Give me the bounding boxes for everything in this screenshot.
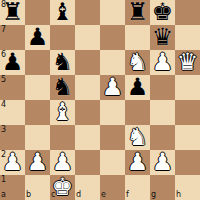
- square-e4[interactable]: [100, 100, 125, 125]
- square-f6[interactable]: ♞: [125, 50, 150, 75]
- piece-black-knight[interactable]: ♞: [52, 75, 74, 100]
- square-g2[interactable]: ♟: [150, 150, 175, 175]
- square-b7[interactable]: ♟: [25, 25, 50, 50]
- square-e1[interactable]: e: [100, 175, 125, 200]
- piece-white-pawn[interactable]: ♟: [152, 50, 174, 75]
- square-f2[interactable]: ♟: [125, 150, 150, 175]
- square-a3[interactable]: 3: [0, 125, 25, 150]
- piece-white-bishop[interactable]: ♝: [52, 100, 74, 125]
- square-a5[interactable]: 5: [0, 75, 25, 100]
- square-b6[interactable]: [25, 50, 50, 75]
- square-c1[interactable]: ♚c: [50, 175, 75, 200]
- piece-white-pawn[interactable]: ♟: [27, 150, 49, 175]
- square-h5[interactable]: [175, 75, 200, 100]
- piece-black-rook[interactable]: ♜: [127, 0, 149, 25]
- piece-white-pawn[interactable]: ♟: [2, 150, 24, 175]
- square-g8[interactable]: ♚: [150, 0, 175, 25]
- piece-black-knight[interactable]: ♞: [52, 50, 74, 75]
- square-c4[interactable]: ♝: [50, 100, 75, 125]
- square-c7[interactable]: [50, 25, 75, 50]
- square-h1[interactable]: h: [175, 175, 200, 200]
- square-b1[interactable]: b: [25, 175, 50, 200]
- piece-black-bishop[interactable]: ♝: [52, 0, 74, 25]
- file-label-d: d: [76, 191, 81, 199]
- square-g4[interactable]: [150, 100, 175, 125]
- square-d7[interactable]: [75, 25, 100, 50]
- piece-white-king[interactable]: ♚: [52, 175, 74, 200]
- square-g5[interactable]: [150, 75, 175, 100]
- piece-black-pawn[interactable]: ♟: [27, 25, 49, 50]
- square-f3[interactable]: ♞: [125, 125, 150, 150]
- piece-white-queen[interactable]: ♛: [177, 50, 199, 75]
- square-a7[interactable]: 7: [0, 25, 25, 50]
- rank-label-4: 4: [1, 101, 6, 109]
- square-c2[interactable]: ♟: [50, 150, 75, 175]
- square-c3[interactable]: [50, 125, 75, 150]
- square-b5[interactable]: [25, 75, 50, 100]
- square-f7[interactable]: [125, 25, 150, 50]
- piece-white-pawn[interactable]: ♟: [52, 150, 74, 175]
- square-e6[interactable]: [100, 50, 125, 75]
- square-d1[interactable]: d: [75, 175, 100, 200]
- square-d8[interactable]: [75, 0, 100, 25]
- rank-label-7: 7: [1, 26, 6, 34]
- square-h8[interactable]: [175, 0, 200, 25]
- square-e3[interactable]: [100, 125, 125, 150]
- rank-label-3: 3: [1, 126, 6, 134]
- chess-board: ♜8♝♜♚7♟♛♟6♞♞♟♛5♞♟♟4♝3♞♟2♟♟♟♟1ab♚cdefgh: [0, 0, 200, 200]
- square-h4[interactable]: [175, 100, 200, 125]
- square-h2[interactable]: [175, 150, 200, 175]
- piece-white-knight[interactable]: ♞: [127, 125, 149, 150]
- square-e5[interactable]: ♟: [100, 75, 125, 100]
- square-d2[interactable]: [75, 150, 100, 175]
- piece-black-rook[interactable]: ♜: [2, 0, 24, 25]
- piece-black-king[interactable]: ♚: [152, 0, 174, 25]
- square-a6[interactable]: ♟6: [0, 50, 25, 75]
- square-g6[interactable]: ♟: [150, 50, 175, 75]
- square-g1[interactable]: g: [150, 175, 175, 200]
- square-c6[interactable]: ♞: [50, 50, 75, 75]
- square-b4[interactable]: [25, 100, 50, 125]
- square-b2[interactable]: ♟: [25, 150, 50, 175]
- file-label-h: h: [176, 191, 181, 199]
- piece-white-knight[interactable]: ♞: [127, 50, 149, 75]
- square-d4[interactable]: [75, 100, 100, 125]
- square-h3[interactable]: [175, 125, 200, 150]
- square-g3[interactable]: [150, 125, 175, 150]
- square-a1[interactable]: 1a: [0, 175, 25, 200]
- square-e2[interactable]: [100, 150, 125, 175]
- file-label-a: a: [1, 191, 6, 199]
- file-label-g: g: [151, 191, 156, 199]
- square-h7[interactable]: [175, 25, 200, 50]
- square-h6[interactable]: ♛: [175, 50, 200, 75]
- square-g7[interactable]: ♛: [150, 25, 175, 50]
- square-e8[interactable]: [100, 0, 125, 25]
- square-e7[interactable]: [100, 25, 125, 50]
- file-label-b: b: [26, 191, 31, 199]
- square-f1[interactable]: f: [125, 175, 150, 200]
- piece-white-pawn[interactable]: ♟: [127, 150, 149, 175]
- square-d3[interactable]: [75, 125, 100, 150]
- piece-white-pawn[interactable]: ♟: [102, 75, 124, 100]
- square-a8[interactable]: ♜8: [0, 0, 25, 25]
- rank-label-5: 5: [1, 76, 6, 84]
- file-label-f: f: [126, 191, 129, 199]
- rank-label-1: 1: [1, 176, 6, 184]
- square-c8[interactable]: ♝: [50, 0, 75, 25]
- piece-white-pawn[interactable]: ♟: [152, 150, 174, 175]
- piece-black-queen[interactable]: ♛: [152, 25, 174, 50]
- square-f4[interactable]: [125, 100, 150, 125]
- square-d6[interactable]: [75, 50, 100, 75]
- square-a2[interactable]: ♟2: [0, 150, 25, 175]
- square-c5[interactable]: ♞: [50, 75, 75, 100]
- square-b8[interactable]: [25, 0, 50, 25]
- square-a4[interactable]: 4: [0, 100, 25, 125]
- square-f5[interactable]: ♟: [125, 75, 150, 100]
- file-label-e: e: [101, 191, 106, 199]
- square-b3[interactable]: [25, 125, 50, 150]
- piece-black-pawn[interactable]: ♟: [2, 50, 24, 75]
- piece-black-pawn[interactable]: ♟: [127, 75, 149, 100]
- square-f8[interactable]: ♜: [125, 0, 150, 25]
- square-d5[interactable]: [75, 75, 100, 100]
